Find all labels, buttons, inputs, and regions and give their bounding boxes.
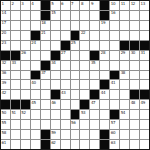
cell-r3c7[interactable] <box>61 21 70 30</box>
cell-r7c6[interactable]: 34 <box>51 61 60 70</box>
black-square-r6c6 <box>51 51 60 60</box>
clue-number-62: 62 <box>51 140 55 145</box>
cell-r13c6[interactable] <box>51 120 60 129</box>
cell-r4c7[interactable] <box>61 31 70 40</box>
cell-r9c14[interactable] <box>130 80 139 89</box>
clue-number-60: 60 <box>111 130 115 135</box>
cell-r12c5[interactable] <box>41 110 50 119</box>
black-square-r2c5 <box>41 11 50 20</box>
cell-r1c8[interactable]: 7 <box>71 1 80 10</box>
cell-r6c4[interactable] <box>31 51 40 60</box>
cell-r12c7[interactable] <box>61 110 70 119</box>
cell-r2c4[interactable] <box>31 11 40 20</box>
cell-r2c15[interactable] <box>140 11 149 20</box>
clue-number-13: 13 <box>141 1 145 6</box>
clue-number-5: 5 <box>51 1 53 6</box>
black-square-r11c9 <box>80 100 89 109</box>
cell-r7c11[interactable] <box>100 61 109 70</box>
cell-r7c14[interactable] <box>130 61 139 70</box>
clue-number-18: 18 <box>41 20 45 25</box>
black-square-r8c12 <box>110 71 119 80</box>
cell-r8c8[interactable] <box>71 71 80 80</box>
black-square-r1c11 <box>100 1 109 10</box>
cell-r1c15[interactable]: 13 <box>140 1 149 10</box>
cell-r15c2[interactable] <box>11 140 20 149</box>
cell-r10c5[interactable] <box>41 90 50 99</box>
cell-r3c15[interactable] <box>140 21 149 30</box>
cell-r9c2[interactable] <box>11 80 20 89</box>
cell-r15c10[interactable] <box>90 140 99 149</box>
cell-r11c15[interactable]: 49 <box>140 100 149 109</box>
black-square-r4c4 <box>31 31 40 40</box>
cell-r11c8[interactable] <box>71 100 80 109</box>
clue-number-26: 26 <box>21 50 25 55</box>
cell-r14c6[interactable]: 59 <box>51 130 60 139</box>
cell-r13c15[interactable] <box>140 120 149 129</box>
cell-r1c10[interactable]: 9 <box>90 1 99 10</box>
black-square-r12c12 <box>110 110 119 119</box>
black-square-r15c11 <box>100 140 109 149</box>
cell-r13c7[interactable] <box>61 120 70 129</box>
cell-r14c15[interactable] <box>140 130 149 139</box>
clue-number-8: 8 <box>81 1 83 6</box>
clue-number-14: 14 <box>2 10 6 15</box>
cell-r11c6[interactable]: 46 <box>51 100 60 109</box>
cell-r9c8[interactable] <box>71 80 80 89</box>
cell-r3c10[interactable] <box>90 21 99 30</box>
clue-number-19: 19 <box>101 20 105 25</box>
cell-r5c12[interactable] <box>110 41 119 50</box>
clue-number-36: 36 <box>2 70 6 75</box>
clue-number-21: 21 <box>41 30 45 35</box>
clue-number-40: 40 <box>31 80 35 85</box>
cell-r5c9[interactable] <box>80 41 89 50</box>
clue-number-53: 53 <box>81 110 85 115</box>
cell-r4c11[interactable] <box>100 31 109 40</box>
clue-number-41: 41 <box>111 80 115 85</box>
cell-r9c3[interactable] <box>21 80 30 89</box>
black-square-r14c5 <box>41 130 50 139</box>
cell-r3c9[interactable] <box>80 21 89 30</box>
cell-r9c12[interactable]: 41 <box>110 80 119 89</box>
cell-r13c2[interactable] <box>11 120 20 129</box>
cell-r2c2[interactable] <box>11 11 20 20</box>
cell-r9c1[interactable]: 39 <box>1 80 10 89</box>
cell-r12c14[interactable] <box>130 110 139 119</box>
black-square-r11c3 <box>21 100 30 109</box>
cell-r10c2[interactable] <box>11 90 20 99</box>
clue-number-7: 7 <box>71 1 73 6</box>
cell-r1c6[interactable]: 5 <box>51 1 60 10</box>
black-square-r6c2 <box>11 51 20 60</box>
cell-r10c8[interactable] <box>71 90 80 99</box>
clue-number-61: 61 <box>2 140 6 145</box>
clue-number-15: 15 <box>51 10 55 15</box>
cell-r13c13[interactable] <box>120 120 129 129</box>
cell-r4c1[interactable]: 20 <box>1 31 10 40</box>
cell-r6c8[interactable] <box>71 51 80 60</box>
cell-r15c8[interactable] <box>71 140 80 149</box>
cell-r15c13[interactable] <box>120 140 129 149</box>
clue-number-16: 16 <box>111 10 115 15</box>
cell-r13c8[interactable]: 56 <box>71 120 80 129</box>
cell-r10c9[interactable] <box>80 90 89 99</box>
cell-r4c10[interactable] <box>90 31 99 40</box>
cell-r7c8[interactable] <box>71 61 80 70</box>
cell-r4c3[interactable] <box>21 31 30 40</box>
cell-r13c5[interactable] <box>41 120 50 129</box>
cell-r5c2[interactable] <box>11 41 20 50</box>
clue-number-10: 10 <box>111 1 115 6</box>
cell-r14c4[interactable] <box>31 130 40 139</box>
cell-r2c9[interactable] <box>80 11 89 20</box>
cell-r6c12[interactable] <box>110 51 119 60</box>
clue-number-39: 39 <box>2 80 6 85</box>
cell-r8c13[interactable]: 38 <box>120 71 129 80</box>
cell-r9c6[interactable] <box>51 80 60 89</box>
cell-r11c4[interactable]: 45 <box>31 100 40 109</box>
cell-r3c13[interactable] <box>120 21 129 30</box>
clue-number-32: 32 <box>2 60 6 65</box>
cell-r13c10[interactable] <box>90 120 99 129</box>
cell-r9c10[interactable] <box>90 80 99 89</box>
cell-r8c2[interactable] <box>11 71 20 80</box>
clue-number-6: 6 <box>61 1 63 6</box>
cell-r1c14[interactable]: 12 <box>130 1 139 10</box>
black-square-r6c1 <box>1 51 10 60</box>
cell-r9c4[interactable]: 40 <box>31 80 40 89</box>
cell-r4c6[interactable] <box>51 31 60 40</box>
cell-r2c1[interactable]: 14 <box>1 11 10 20</box>
cell-r1c4[interactable]: 4 <box>31 1 40 10</box>
cell-r10c11[interactable]: 44 <box>100 90 109 99</box>
black-square-r6c10 <box>90 51 99 60</box>
cell-r2c13[interactable] <box>120 11 129 20</box>
cell-r11c12[interactable] <box>110 100 119 109</box>
clue-number-37: 37 <box>41 70 45 75</box>
clue-number-35: 35 <box>91 60 95 65</box>
clue-number-1: 1 <box>2 1 4 6</box>
cell-r11c14[interactable]: 48 <box>130 100 139 109</box>
cell-r7c13[interactable] <box>120 61 129 70</box>
cell-r11c13[interactable] <box>120 100 129 109</box>
cell-r8c10[interactable] <box>90 71 99 80</box>
cell-r3c6[interactable] <box>51 21 60 30</box>
black-square-r10c15 <box>140 90 149 99</box>
cell-r7c4[interactable] <box>31 61 40 70</box>
clue-number-3: 3 <box>21 1 23 6</box>
cell-r13c3[interactable] <box>21 120 30 129</box>
cell-r4c5[interactable]: 21 <box>41 31 50 40</box>
cell-r7c3[interactable] <box>21 61 30 70</box>
cell-r14c1[interactable]: 58 <box>1 130 10 139</box>
cell-r14c8[interactable] <box>71 130 80 139</box>
cell-r13c1[interactable]: 55 <box>1 120 10 129</box>
cell-r14c10[interactable] <box>90 130 99 139</box>
cell-r10c4[interactable] <box>31 90 40 99</box>
cell-r1c13[interactable]: 11 <box>120 1 129 10</box>
cell-r2c12[interactable]: 16 <box>110 11 119 20</box>
cell-r11c10[interactable]: 47 <box>90 100 99 109</box>
clue-number-48: 48 <box>131 100 135 105</box>
cell-r5c4[interactable]: 24 <box>31 41 40 50</box>
clue-number-34: 34 <box>51 60 55 65</box>
cell-r6c3[interactable]: 26 <box>21 51 30 60</box>
cell-r12c1[interactable]: 50 <box>1 110 10 119</box>
black-square-r11c1 <box>1 100 10 109</box>
black-square-r11c2 <box>11 100 20 109</box>
cell-r5c1[interactable]: 23 <box>1 41 10 50</box>
black-square-r5c7 <box>61 41 70 50</box>
cell-r14c13[interactable] <box>120 130 129 139</box>
clue-number-20: 20 <box>2 30 6 35</box>
cell-r5c5[interactable] <box>41 41 50 50</box>
clue-number-33: 33 <box>11 60 15 65</box>
cell-r12c11[interactable] <box>100 110 109 119</box>
cell-r15c15[interactable] <box>140 140 149 149</box>
cell-r12c6[interactable] <box>51 110 60 119</box>
cell-r2c3[interactable] <box>21 11 30 20</box>
cell-r10c12[interactable] <box>110 90 119 99</box>
cell-r8c15[interactable] <box>140 71 149 80</box>
black-square-r10c6 <box>51 90 60 99</box>
cell-r13c14[interactable] <box>130 120 139 129</box>
cell-r8c1[interactable]: 36 <box>1 71 10 80</box>
cell-r14c14[interactable] <box>130 130 139 139</box>
black-square-r5c13 <box>120 41 129 50</box>
clue-number-17: 17 <box>2 20 6 25</box>
cell-r8c9[interactable] <box>80 71 89 80</box>
cell-r7c15[interactable] <box>140 61 149 70</box>
cell-r10c13[interactable] <box>120 90 129 99</box>
cell-r15c6[interactable]: 62 <box>51 140 60 149</box>
cell-r7c10[interactable]: 35 <box>90 61 99 70</box>
cell-r1c1[interactable]: 1 <box>1 1 10 10</box>
clue-number-43: 43 <box>61 90 65 95</box>
cell-r2c14[interactable] <box>130 11 139 20</box>
cell-r4c13[interactable] <box>120 31 129 40</box>
cell-r1c12[interactable]: 10 <box>110 1 119 10</box>
cell-r6c9[interactable] <box>80 51 89 60</box>
cell-r15c14[interactable] <box>130 140 139 149</box>
clue-number-63: 63 <box>111 140 115 145</box>
clue-number-45: 45 <box>31 100 35 105</box>
clue-number-47: 47 <box>91 100 95 105</box>
black-square-r5c15 <box>140 41 149 50</box>
cell-r4c9[interactable]: 22 <box>80 31 89 40</box>
black-square-r8c4 <box>31 71 40 80</box>
cell-r6c13[interactable]: 29 <box>120 51 129 60</box>
cell-r6c11[interactable]: 28 <box>100 51 109 60</box>
cell-r6c15[interactable]: 31 <box>140 51 149 60</box>
clue-number-50: 50 <box>2 110 6 115</box>
cell-r14c2[interactable] <box>11 130 20 139</box>
cell-r15c4[interactable] <box>31 140 40 149</box>
cell-r9c7[interactable] <box>61 80 70 89</box>
cell-r2c10[interactable] <box>90 11 99 20</box>
black-square-r10c10 <box>90 90 99 99</box>
clue-number-44: 44 <box>101 90 105 95</box>
cell-r11c5[interactable] <box>41 100 50 109</box>
cell-r12c10[interactable] <box>90 110 99 119</box>
cell-r4c12[interactable] <box>110 31 119 40</box>
cell-r6c5[interactable] <box>41 51 50 60</box>
cell-r15c3[interactable] <box>21 140 30 149</box>
cell-r8c14[interactable] <box>130 71 139 80</box>
crossword-grid: 1234567891011121314151617181920212223242… <box>0 0 150 150</box>
cell-r12c2[interactable]: 51 <box>11 110 20 119</box>
clue-number-56: 56 <box>71 120 75 125</box>
cell-r3c5[interactable]: 18 <box>41 21 50 30</box>
cell-r3c4[interactable] <box>31 21 40 30</box>
cell-r3c2[interactable] <box>11 21 20 30</box>
cell-r15c12[interactable]: 63 <box>110 140 119 149</box>
cell-r10c3[interactable] <box>21 90 30 99</box>
cell-r13c12[interactable]: 57 <box>110 120 119 129</box>
clue-number-27: 27 <box>61 50 65 55</box>
black-square-r14c11 <box>100 130 109 139</box>
cell-r12c4[interactable] <box>31 110 40 119</box>
cell-r8c6[interactable] <box>51 71 60 80</box>
black-square-r7c5 <box>41 61 50 70</box>
cell-r14c12[interactable]: 60 <box>110 130 119 139</box>
clue-number-12: 12 <box>131 1 135 6</box>
clue-number-4: 4 <box>31 1 33 6</box>
clue-number-29: 29 <box>121 50 125 55</box>
clue-number-9: 9 <box>91 1 93 6</box>
clue-number-58: 58 <box>2 130 6 135</box>
cell-r8c3[interactable] <box>21 71 30 80</box>
cell-r3c12[interactable] <box>110 21 119 30</box>
cell-r7c12[interactable] <box>110 61 119 70</box>
cell-r5c10[interactable] <box>90 41 99 50</box>
cell-r7c9[interactable] <box>80 61 89 70</box>
cell-r3c8[interactable] <box>71 21 80 30</box>
clue-number-11: 11 <box>121 1 125 6</box>
clue-number-52: 52 <box>21 110 25 115</box>
cell-r6c14[interactable]: 30 <box>130 51 139 60</box>
cell-r15c1[interactable]: 61 <box>1 140 10 149</box>
cell-r15c9[interactable] <box>80 140 89 149</box>
cell-r11c11[interactable] <box>100 100 109 109</box>
black-square-r9c11 <box>100 80 109 89</box>
cell-r13c9[interactable] <box>80 120 89 129</box>
cell-r13c4[interactable] <box>31 120 40 129</box>
cell-r4c2[interactable] <box>11 31 20 40</box>
clue-number-31: 31 <box>141 50 145 55</box>
cell-r10c7[interactable]: 43 <box>61 90 70 99</box>
clue-number-57: 57 <box>111 120 115 125</box>
clue-number-22: 22 <box>81 30 85 35</box>
cell-r10c1[interactable]: 42 <box>1 90 10 99</box>
black-square-r5c14 <box>130 41 139 50</box>
clue-number-23: 23 <box>2 40 6 45</box>
black-square-r4c8 <box>71 31 80 40</box>
cell-r14c9[interactable] <box>80 130 89 139</box>
cell-r9c5[interactable] <box>41 80 50 89</box>
cell-r6c7[interactable]: 27 <box>61 51 70 60</box>
cell-r4c14[interactable] <box>130 31 139 40</box>
cell-r14c3[interactable] <box>21 130 30 139</box>
cell-r8c11[interactable] <box>100 71 109 80</box>
cell-r9c13[interactable] <box>120 80 129 89</box>
clue-number-54: 54 <box>121 110 125 115</box>
cell-r12c9[interactable]: 53 <box>80 110 89 119</box>
cell-r8c7[interactable] <box>61 71 70 80</box>
cell-r2c7[interactable] <box>61 11 70 20</box>
black-square-r15c5 <box>41 140 50 149</box>
clue-number-28: 28 <box>101 50 105 55</box>
black-square-r10c14 <box>130 90 139 99</box>
cell-r4c15[interactable] <box>140 31 149 40</box>
clue-number-59: 59 <box>51 130 55 135</box>
clue-number-51: 51 <box>11 110 15 115</box>
clue-number-2: 2 <box>11 1 13 6</box>
cell-r3c1[interactable]: 17 <box>1 21 10 30</box>
cell-r12c15[interactable] <box>140 110 149 119</box>
black-square-r2c11 <box>100 11 109 20</box>
cell-r7c2[interactable]: 33 <box>11 61 20 70</box>
cell-r5c11[interactable] <box>100 41 109 50</box>
cell-r8c5[interactable]: 37 <box>41 71 50 80</box>
clue-number-55: 55 <box>2 120 6 125</box>
black-square-r1c5 <box>41 1 50 10</box>
clue-number-30: 30 <box>131 50 135 55</box>
cell-r1c7[interactable]: 6 <box>61 1 70 10</box>
cell-r2c8[interactable] <box>71 11 80 20</box>
cell-r3c11[interactable]: 19 <box>100 21 109 30</box>
cell-r7c7[interactable] <box>61 61 70 70</box>
cell-r3c3[interactable] <box>21 21 30 30</box>
cell-r1c3[interactable]: 3 <box>21 1 30 10</box>
cell-r3c14[interactable] <box>130 21 139 30</box>
clue-number-46: 46 <box>51 100 55 105</box>
clue-number-24: 24 <box>31 40 35 45</box>
cell-r12c3[interactable]: 52 <box>21 110 30 119</box>
cell-r9c9[interactable] <box>80 80 89 89</box>
cell-r1c2[interactable]: 2 <box>11 1 20 10</box>
cell-r12c13[interactable]: 54 <box>120 110 129 119</box>
cell-r2c6[interactable]: 15 <box>51 11 60 20</box>
cell-r5c8[interactable]: 25 <box>71 41 80 50</box>
cell-r9c15[interactable] <box>140 80 149 89</box>
cell-r5c6[interactable] <box>51 41 60 50</box>
clue-number-49: 49 <box>141 100 145 105</box>
cell-r1c9[interactable]: 8 <box>80 1 89 10</box>
clue-number-42: 42 <box>2 90 6 95</box>
cell-r14c7[interactable] <box>61 130 70 139</box>
cell-r7c1[interactable]: 32 <box>1 61 10 70</box>
cell-r11c7[interactable] <box>61 100 70 109</box>
cell-r15c7[interactable] <box>61 140 70 149</box>
clue-number-38: 38 <box>121 70 125 75</box>
clue-number-25: 25 <box>71 40 75 45</box>
cell-r5c3[interactable] <box>21 41 30 50</box>
cell-r13c11[interactable] <box>100 120 109 129</box>
black-square-r12c8 <box>71 110 80 119</box>
